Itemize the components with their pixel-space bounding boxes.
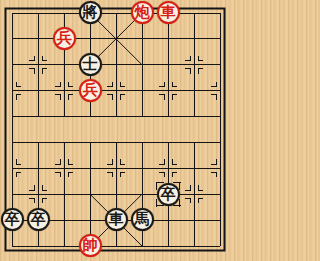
xiangqi-board: 將炮車兵士兵卒卒卒車馬帥 [0, 0, 230, 259]
piece-black-soldier[interactable]: 卒 [157, 183, 180, 206]
xiangqi-app: { "game": "xiangqi", "board": { "files":… [0, 0, 230, 261]
piece-black-soldier[interactable]: 卒 [27, 208, 50, 231]
piece-black-general[interactable]: 將 [79, 1, 102, 24]
piece-black-horse[interactable]: 馬 [131, 208, 154, 231]
piece-red-cannon[interactable]: 炮 [131, 1, 154, 24]
piece-red-chariot[interactable]: 車 [157, 1, 180, 24]
piece-black-chariot[interactable]: 車 [105, 208, 128, 231]
piece-black-soldier[interactable]: 卒 [1, 208, 24, 231]
piece-red-general[interactable]: 帥 [79, 234, 102, 257]
piece-black-advisor[interactable]: 士 [79, 53, 102, 76]
piece-red-soldier[interactable]: 兵 [53, 27, 76, 50]
piece-red-soldier[interactable]: 兵 [79, 79, 102, 102]
